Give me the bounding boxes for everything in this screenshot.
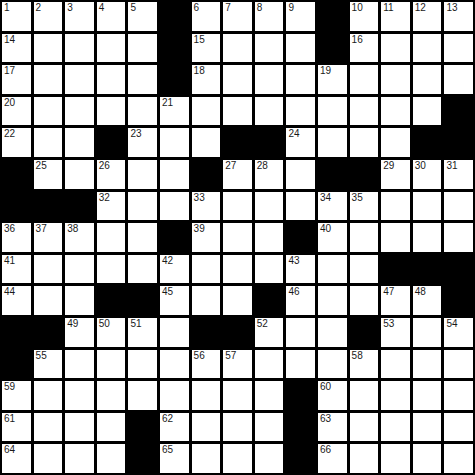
white-cell-r1c7[interactable]	[223, 34, 252, 63]
white-cell-r0c14[interactable]: 13	[444, 2, 473, 31]
clue-number-55: 55	[36, 350, 47, 361]
black-cell-r6c1	[34, 192, 63, 221]
clue-number-35: 35	[352, 192, 363, 203]
white-cell-r12c14[interactable]	[444, 381, 473, 410]
white-cell-r12c8[interactable]	[255, 381, 284, 410]
white-cell-r1c14[interactable]	[444, 34, 473, 63]
white-cell-r7c8[interactable]	[255, 223, 284, 252]
clue-number-2: 2	[36, 2, 42, 13]
clue-number-46: 46	[288, 286, 299, 297]
white-cell-r12c5[interactable]	[160, 381, 189, 410]
white-cell-r11c8[interactable]	[255, 350, 284, 379]
white-cell-r14c11[interactable]	[350, 444, 379, 473]
white-cell-r1c1[interactable]	[34, 34, 63, 63]
clue-number-7: 7	[225, 2, 231, 13]
white-cell-r8c8[interactable]	[255, 255, 284, 284]
clue-number-34: 34	[320, 192, 331, 203]
clue-number-52: 52	[257, 318, 268, 329]
clue-number-50: 50	[99, 318, 110, 329]
white-cell-r14c2[interactable]	[65, 444, 94, 473]
white-cell-r5c9[interactable]	[286, 160, 315, 189]
black-cell-r10c6	[192, 318, 221, 347]
white-cell-r14c3[interactable]	[97, 444, 126, 473]
clue-number-60: 60	[320, 381, 331, 392]
white-cell-r6c7[interactable]	[223, 192, 252, 221]
white-cell-r8c2[interactable]	[65, 255, 94, 284]
clue-number-59: 59	[4, 381, 15, 392]
white-cell-r8c3[interactable]	[97, 255, 126, 284]
white-cell-r9c13[interactable]: 48	[413, 286, 442, 315]
white-cell-r0c1[interactable]: 2	[34, 2, 63, 31]
black-cell-r10c1	[34, 318, 63, 347]
white-cell-r13c0[interactable]: 61	[2, 413, 31, 442]
clue-number-65: 65	[162, 444, 173, 455]
white-cell-r1c8[interactable]	[255, 34, 284, 63]
white-cell-r2c13[interactable]	[413, 65, 442, 94]
white-cell-r4c10[interactable]	[318, 128, 347, 157]
black-cell-r2c5	[160, 65, 189, 94]
white-cell-r3c0[interactable]: 20	[2, 97, 31, 126]
white-cell-r10c13[interactable]	[413, 318, 442, 347]
white-cell-r14c13[interactable]	[413, 444, 442, 473]
white-cell-r0c8[interactable]: 8	[255, 2, 284, 31]
black-cell-r8c14	[444, 255, 473, 284]
white-cell-r7c11[interactable]	[350, 223, 379, 252]
black-cell-r12c9	[286, 381, 315, 410]
white-cell-r10c4[interactable]: 51	[128, 318, 157, 347]
clue-number-3: 3	[67, 2, 73, 13]
white-cell-r8c10[interactable]	[318, 255, 347, 284]
black-cell-r5c0	[2, 160, 31, 189]
clue-number-15: 15	[194, 34, 205, 45]
white-cell-r4c1[interactable]	[34, 128, 63, 157]
white-cell-r1c4[interactable]	[128, 34, 157, 63]
white-cell-r0c7[interactable]: 7	[223, 2, 252, 31]
white-cell-r13c12[interactable]	[381, 413, 410, 442]
white-cell-r4c11[interactable]	[350, 128, 379, 157]
white-cell-r9c11[interactable]	[350, 286, 379, 315]
clue-number-44: 44	[4, 286, 15, 297]
clue-number-29: 29	[383, 160, 394, 171]
white-cell-r2c0[interactable]: 17	[2, 65, 31, 94]
white-cell-r5c7[interactable]: 27	[223, 160, 252, 189]
clue-number-37: 37	[36, 223, 47, 234]
white-cell-r10c10[interactable]	[318, 318, 347, 347]
white-cell-r2c14[interactable]	[444, 65, 473, 94]
black-cell-r14c9	[286, 444, 315, 473]
clue-number-16: 16	[352, 34, 363, 45]
black-cell-r3c14	[444, 97, 473, 126]
black-cell-r9c3	[97, 286, 126, 315]
white-cell-r1c6[interactable]: 15	[192, 34, 221, 63]
white-cell-r3c10[interactable]	[318, 97, 347, 126]
clue-number-18: 18	[194, 65, 205, 76]
white-cell-r7c1[interactable]: 37	[34, 223, 63, 252]
white-cell-r12c12[interactable]	[381, 381, 410, 410]
white-cell-r1c13[interactable]	[413, 34, 442, 63]
white-cell-r7c4[interactable]	[128, 223, 157, 252]
white-cell-r11c2[interactable]	[65, 350, 94, 379]
white-cell-r0c12[interactable]: 11	[381, 2, 410, 31]
clue-number-17: 17	[4, 65, 15, 76]
clue-number-47: 47	[383, 286, 394, 297]
black-cell-r5c11	[350, 160, 379, 189]
white-cell-r13c1[interactable]	[34, 413, 63, 442]
white-cell-r13c2[interactable]	[65, 413, 94, 442]
white-cell-r14c6[interactable]	[192, 444, 221, 473]
white-cell-r11c10[interactable]	[318, 350, 347, 379]
white-cell-r8c5[interactable]: 42	[160, 255, 189, 284]
white-cell-r14c0[interactable]: 64	[2, 444, 31, 473]
white-cell-r13c6[interactable]	[192, 413, 221, 442]
white-cell-r1c11[interactable]: 16	[350, 34, 379, 63]
white-cell-r6c6[interactable]: 33	[192, 192, 221, 221]
black-cell-r6c0	[2, 192, 31, 221]
white-cell-r1c0[interactable]: 14	[2, 34, 31, 63]
clue-number-39: 39	[194, 223, 205, 234]
clue-number-24: 24	[288, 128, 299, 139]
white-cell-r8c9[interactable]: 43	[286, 255, 315, 284]
white-cell-r12c6[interactable]	[192, 381, 221, 410]
white-cell-r12c11[interactable]	[350, 381, 379, 410]
white-cell-r2c1[interactable]	[34, 65, 63, 94]
clue-number-20: 20	[4, 97, 15, 108]
white-cell-r9c9[interactable]: 46	[286, 286, 315, 315]
white-cell-r3c8[interactable]	[255, 97, 284, 126]
white-cell-r4c4[interactable]: 23	[128, 128, 157, 157]
white-cell-r2c3[interactable]	[97, 65, 126, 94]
white-cell-r14c1[interactable]	[34, 444, 63, 473]
clue-number-5: 5	[130, 2, 136, 13]
white-cell-r6c5[interactable]	[160, 192, 189, 221]
black-cell-r8c12	[381, 255, 410, 284]
white-cell-r13c11[interactable]	[350, 413, 379, 442]
clue-number-23: 23	[130, 128, 141, 139]
black-cell-r4c13	[413, 128, 442, 157]
white-cell-r4c9[interactable]: 24	[286, 128, 315, 157]
white-cell-r6c11[interactable]: 35	[350, 192, 379, 221]
white-cell-r11c9[interactable]	[286, 350, 315, 379]
white-cell-r8c11[interactable]	[350, 255, 379, 284]
white-cell-r10c8[interactable]: 52	[255, 318, 284, 347]
white-cell-r2c10[interactable]: 19	[318, 65, 347, 94]
white-cell-r11c4[interactable]	[128, 350, 157, 379]
clue-number-31: 31	[446, 160, 457, 171]
black-cell-r9c8	[255, 286, 284, 315]
black-cell-r9c14	[444, 286, 473, 315]
black-cell-r10c0	[2, 318, 31, 347]
white-cell-r9c12[interactable]: 47	[381, 286, 410, 315]
white-cell-r14c14[interactable]	[444, 444, 473, 473]
black-cell-r5c10	[318, 160, 347, 189]
white-cell-r3c3[interactable]	[97, 97, 126, 126]
clue-number-26: 26	[99, 160, 110, 171]
black-cell-r10c11	[350, 318, 379, 347]
white-cell-r6c12[interactable]	[381, 192, 410, 221]
black-cell-r14c4	[128, 444, 157, 473]
clue-number-8: 8	[257, 2, 263, 13]
white-cell-r5c8[interactable]: 28	[255, 160, 284, 189]
clue-number-43: 43	[288, 255, 299, 266]
white-cell-r2c2[interactable]	[65, 65, 94, 94]
black-cell-r10c7	[223, 318, 252, 347]
white-cell-r10c14[interactable]: 54	[444, 318, 473, 347]
white-cell-r2c7[interactable]	[223, 65, 252, 94]
white-cell-r11c12[interactable]	[381, 350, 410, 379]
white-cell-r5c12[interactable]: 29	[381, 160, 410, 189]
white-cell-r14c10[interactable]: 66	[318, 444, 347, 473]
white-cell-r12c2[interactable]	[65, 381, 94, 410]
black-cell-r13c4	[128, 413, 157, 442]
white-cell-r12c1[interactable]	[34, 381, 63, 410]
white-cell-r0c2[interactable]: 3	[65, 2, 94, 31]
black-cell-r8c13	[413, 255, 442, 284]
black-cell-r0c5	[160, 2, 189, 31]
white-cell-r0c11[interactable]: 10	[350, 2, 379, 31]
white-cell-r13c7[interactable]	[223, 413, 252, 442]
white-cell-r3c12[interactable]	[381, 97, 410, 126]
white-cell-r3c2[interactable]	[65, 97, 94, 126]
white-cell-r2c9[interactable]	[286, 65, 315, 94]
black-cell-r7c9	[286, 223, 315, 252]
white-cell-r2c8[interactable]	[255, 65, 284, 94]
clue-number-62: 62	[162, 413, 173, 424]
white-cell-r4c2[interactable]	[65, 128, 94, 157]
white-cell-r14c7[interactable]	[223, 444, 252, 473]
crossword-grid: 1234567891011121314151617181920212223242…	[0, 0, 475, 475]
white-cell-r7c13[interactable]	[413, 223, 442, 252]
white-cell-r9c6[interactable]	[192, 286, 221, 315]
clue-number-28: 28	[257, 160, 268, 171]
white-cell-r7c0[interactable]: 36	[2, 223, 31, 252]
white-cell-r1c9[interactable]	[286, 34, 315, 63]
clue-number-49: 49	[67, 318, 78, 329]
clue-number-30: 30	[415, 160, 426, 171]
white-cell-r8c4[interactable]	[128, 255, 157, 284]
white-cell-r2c6[interactable]: 18	[192, 65, 221, 94]
white-cell-r3c5[interactable]: 21	[160, 97, 189, 126]
white-cell-r0c6[interactable]: 6	[192, 2, 221, 31]
white-cell-r13c3[interactable]	[97, 413, 126, 442]
white-cell-r3c13[interactable]	[413, 97, 442, 126]
white-cell-r14c5[interactable]: 65	[160, 444, 189, 473]
white-cell-r5c2[interactable]	[65, 160, 94, 189]
white-cell-r0c9[interactable]: 9	[286, 2, 315, 31]
white-cell-r6c4[interactable]	[128, 192, 157, 221]
black-cell-r4c8	[255, 128, 284, 157]
black-cell-r4c3	[97, 128, 126, 157]
white-cell-r2c4[interactable]	[128, 65, 157, 94]
white-cell-r5c5[interactable]	[160, 160, 189, 189]
white-cell-r5c4[interactable]	[128, 160, 157, 189]
white-cell-r4c12[interactable]	[381, 128, 410, 157]
white-cell-r7c12[interactable]	[381, 223, 410, 252]
black-cell-r0c10	[318, 2, 347, 31]
clue-number-27: 27	[225, 160, 236, 171]
white-cell-r11c5[interactable]	[160, 350, 189, 379]
white-cell-r9c7[interactable]	[223, 286, 252, 315]
white-cell-r10c5[interactable]	[160, 318, 189, 347]
white-cell-r1c2[interactable]	[65, 34, 94, 63]
white-cell-r0c4[interactable]: 5	[128, 2, 157, 31]
white-cell-r7c14[interactable]	[444, 223, 473, 252]
clue-number-1: 1	[4, 2, 10, 13]
black-cell-r1c5	[160, 34, 189, 63]
white-cell-r9c5[interactable]: 45	[160, 286, 189, 315]
clue-number-64: 64	[4, 444, 15, 455]
white-cell-r10c12[interactable]: 53	[381, 318, 410, 347]
white-cell-r12c3[interactable]	[97, 381, 126, 410]
white-cell-r6c8[interactable]	[255, 192, 284, 221]
white-cell-r4c5[interactable]	[160, 128, 189, 157]
white-cell-r13c5[interactable]: 62	[160, 413, 189, 442]
white-cell-r6c14[interactable]	[444, 192, 473, 221]
white-cell-r5c14[interactable]: 31	[444, 160, 473, 189]
white-cell-r10c2[interactable]: 49	[65, 318, 94, 347]
black-cell-r4c7	[223, 128, 252, 157]
white-cell-r3c7[interactable]	[223, 97, 252, 126]
black-cell-r7c5	[160, 223, 189, 252]
white-cell-r7c7[interactable]	[223, 223, 252, 252]
clue-number-48: 48	[415, 286, 426, 297]
white-cell-r6c9[interactable]	[286, 192, 315, 221]
clue-number-45: 45	[162, 286, 173, 297]
white-cell-r12c7[interactable]	[223, 381, 252, 410]
black-cell-r11c0	[2, 350, 31, 379]
clue-number-54: 54	[446, 318, 457, 329]
white-cell-r12c13[interactable]	[413, 381, 442, 410]
white-cell-r14c12[interactable]	[381, 444, 410, 473]
white-cell-r6c10[interactable]: 34	[318, 192, 347, 221]
black-cell-r9c4	[128, 286, 157, 315]
white-cell-r8c6[interactable]	[192, 255, 221, 284]
white-cell-r8c1[interactable]	[34, 255, 63, 284]
white-cell-r11c7[interactable]: 57	[223, 350, 252, 379]
white-cell-r11c6[interactable]: 56	[192, 350, 221, 379]
clue-number-61: 61	[4, 413, 15, 424]
white-cell-r9c2[interactable]	[65, 286, 94, 315]
white-cell-r13c13[interactable]	[413, 413, 442, 442]
black-cell-r4c14	[444, 128, 473, 157]
white-cell-r4c0[interactable]: 22	[2, 128, 31, 157]
clue-number-22: 22	[4, 128, 15, 139]
white-cell-r0c13[interactable]: 12	[413, 2, 442, 31]
black-cell-r6c2	[65, 192, 94, 221]
clue-number-56: 56	[194, 350, 205, 361]
white-cell-r12c0[interactable]: 59	[2, 381, 31, 410]
white-cell-r13c8[interactable]	[255, 413, 284, 442]
clue-number-32: 32	[99, 192, 110, 203]
clue-number-40: 40	[320, 223, 331, 234]
white-cell-r7c3[interactable]	[97, 223, 126, 252]
white-cell-r3c11[interactable]	[350, 97, 379, 126]
black-cell-r5c6	[192, 160, 221, 189]
white-cell-r2c12[interactable]	[381, 65, 410, 94]
clue-number-42: 42	[162, 255, 173, 266]
clue-number-58: 58	[352, 350, 363, 361]
clue-number-25: 25	[36, 160, 47, 171]
white-cell-r5c13[interactable]: 30	[413, 160, 442, 189]
clue-number-21: 21	[162, 97, 173, 108]
clue-number-4: 4	[99, 2, 105, 13]
white-cell-r9c10[interactable]	[318, 286, 347, 315]
clue-number-13: 13	[446, 2, 457, 13]
white-cell-r4c6[interactable]	[192, 128, 221, 157]
white-cell-r12c4[interactable]	[128, 381, 157, 410]
clue-number-11: 11	[383, 2, 393, 13]
white-cell-r1c3[interactable]	[97, 34, 126, 63]
clue-number-6: 6	[194, 2, 200, 13]
white-cell-r10c9[interactable]	[286, 318, 315, 347]
clue-number-38: 38	[67, 223, 78, 234]
clue-number-57: 57	[225, 350, 236, 361]
clue-number-53: 53	[383, 318, 394, 329]
white-cell-r3c6[interactable]	[192, 97, 221, 126]
clue-number-9: 9	[288, 2, 294, 13]
white-cell-r10c3[interactable]: 50	[97, 318, 126, 347]
white-cell-r9c0[interactable]: 44	[2, 286, 31, 315]
white-cell-r3c9[interactable]	[286, 97, 315, 126]
white-cell-r5c1[interactable]: 25	[34, 160, 63, 189]
white-cell-r6c3[interactable]: 32	[97, 192, 126, 221]
clue-number-14: 14	[4, 34, 15, 45]
white-cell-r13c10[interactable]: 63	[318, 413, 347, 442]
white-cell-r5c3[interactable]: 26	[97, 160, 126, 189]
white-cell-r14c8[interactable]	[255, 444, 284, 473]
white-cell-r3c4[interactable]	[128, 97, 157, 126]
clue-number-41: 41	[4, 255, 15, 266]
white-cell-r3c1[interactable]	[34, 97, 63, 126]
black-cell-r13c9	[286, 413, 315, 442]
white-cell-r8c0[interactable]: 41	[2, 255, 31, 284]
white-cell-r11c11[interactable]: 58	[350, 350, 379, 379]
clue-number-10: 10	[352, 2, 363, 13]
white-cell-r11c13[interactable]	[413, 350, 442, 379]
white-cell-r9c1[interactable]	[34, 286, 63, 315]
white-cell-r11c3[interactable]	[97, 350, 126, 379]
white-cell-r2c11[interactable]	[350, 65, 379, 94]
white-cell-r1c12[interactable]	[381, 34, 410, 63]
white-cell-r12c10[interactable]: 60	[318, 381, 347, 410]
clue-number-12: 12	[415, 2, 426, 13]
white-cell-r8c7[interactable]	[223, 255, 252, 284]
black-cell-r1c10	[318, 34, 347, 63]
clue-number-66: 66	[320, 444, 331, 455]
clue-number-36: 36	[4, 223, 15, 234]
white-cell-r7c10[interactable]: 40	[318, 223, 347, 252]
white-cell-r0c3[interactable]: 4	[97, 2, 126, 31]
white-cell-r0c0[interactable]: 1	[2, 2, 31, 31]
white-cell-r13c14[interactable]	[444, 413, 473, 442]
white-cell-r7c2[interactable]: 38	[65, 223, 94, 252]
white-cell-r11c1[interactable]: 55	[34, 350, 63, 379]
clue-number-63: 63	[320, 413, 331, 424]
white-cell-r7c6[interactable]: 39	[192, 223, 221, 252]
clue-number-51: 51	[130, 318, 141, 329]
white-cell-r6c13[interactable]	[413, 192, 442, 221]
white-cell-r11c14[interactable]	[444, 350, 473, 379]
clue-number-33: 33	[194, 192, 205, 203]
clue-number-19: 19	[320, 65, 331, 76]
